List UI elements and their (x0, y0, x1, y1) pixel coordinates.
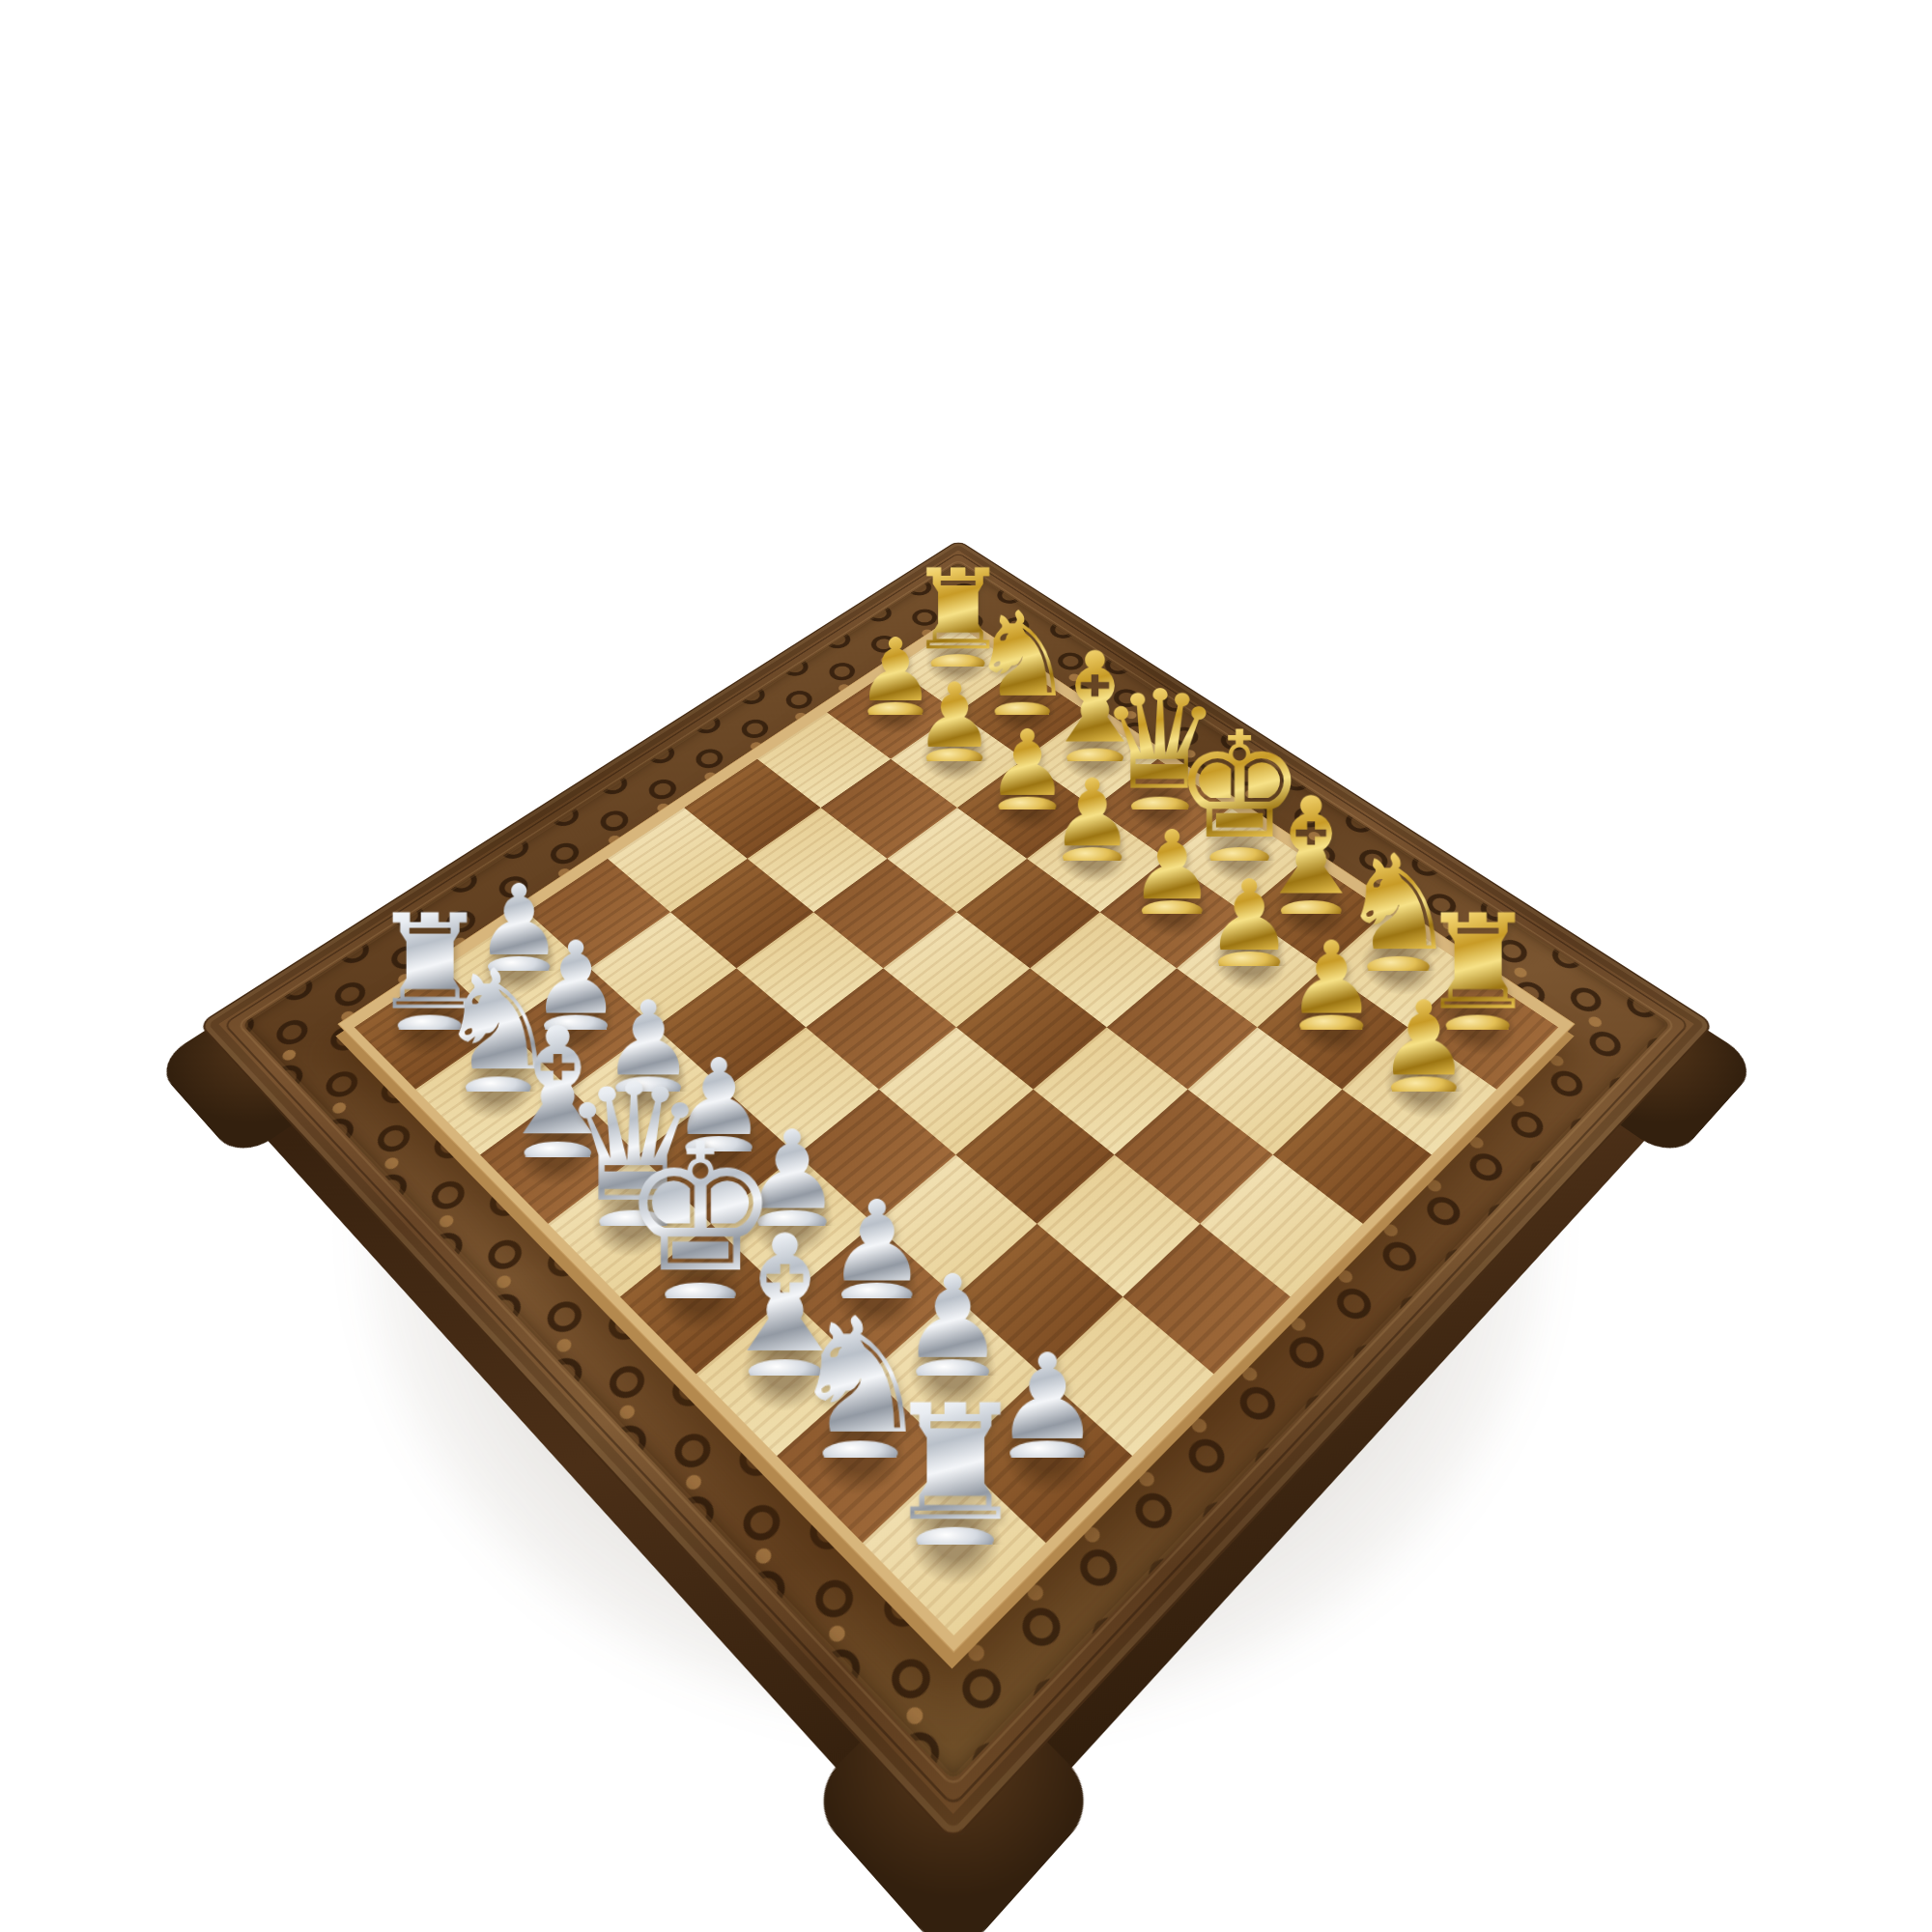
board-tilt-plane: ♜♞♝♛♚♝♞♜♟♟♟♟♟♟♟♟♟♟♟♟♟♟♟♟♜♞♝♛♚♝♞♜ (198, 540, 1715, 1844)
board-3d-stage: ♜♞♝♛♚♝♞♜♟♟♟♟♟♟♟♟♟♟♟♟♟♟♟♟♜♞♝♛♚♝♞♜ (0, 0, 1932, 1932)
white-rook-glyph: ♜ (867, 1383, 1043, 1544)
black-pawn-glyph: ♟ (1350, 987, 1498, 1091)
piece-figure: ♟ (1350, 950, 1498, 1098)
piece-figure: ♜ (867, 1335, 1043, 1552)
product-photo-scene: ♜♞♝♛♚♝♞♜♟♟♟♟♟♟♟♟♟♟♟♟♟♟♟♟♜♞♝♛♚♝♞♜ (0, 0, 1932, 1932)
